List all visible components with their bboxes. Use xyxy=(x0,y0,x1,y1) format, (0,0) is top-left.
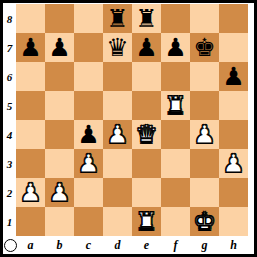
square-h5[interactable] xyxy=(219,91,248,120)
file-label-a: a xyxy=(16,236,45,254)
piece-black-pawn[interactable]: ♟ xyxy=(77,120,99,149)
square-c7[interactable] xyxy=(74,33,103,62)
square-b4[interactable] xyxy=(45,120,74,149)
square-f2[interactable] xyxy=(161,178,190,207)
square-e3[interactable] xyxy=(132,149,161,178)
rank-label-2: 2 xyxy=(3,178,16,207)
square-d6[interactable] xyxy=(103,62,132,91)
square-g1[interactable]: ♚ xyxy=(190,207,219,236)
piece-white-pawn[interactable]: ♟ xyxy=(19,178,41,207)
file-label-h: h xyxy=(219,236,248,254)
piece-black-pawn[interactable]: ♟ xyxy=(164,33,186,62)
file-labels: abcdefgh xyxy=(16,236,248,254)
square-a5[interactable] xyxy=(16,91,45,120)
piece-white-pawn[interactable]: ♟ xyxy=(193,120,215,149)
square-a1[interactable] xyxy=(16,207,45,236)
square-d2[interactable] xyxy=(103,178,132,207)
square-g6[interactable] xyxy=(190,62,219,91)
square-f3[interactable] xyxy=(161,149,190,178)
square-h2[interactable] xyxy=(219,178,248,207)
square-e6[interactable] xyxy=(132,62,161,91)
file-label-d: d xyxy=(103,236,132,254)
piece-black-pawn[interactable]: ♟ xyxy=(135,33,157,62)
square-h4[interactable] xyxy=(219,120,248,149)
square-c6[interactable] xyxy=(74,62,103,91)
piece-black-pawn[interactable]: ♟ xyxy=(222,62,244,91)
piece-white-rook[interactable]: ♜ xyxy=(135,207,157,236)
piece-white-king[interactable]: ♚ xyxy=(193,207,215,236)
square-d4[interactable]: ♟ xyxy=(103,120,132,149)
square-b7[interactable]: ♟ xyxy=(45,33,74,62)
square-g7[interactable]: ♚ xyxy=(190,33,219,62)
square-c2[interactable] xyxy=(74,178,103,207)
square-b5[interactable] xyxy=(45,91,74,120)
square-d3[interactable] xyxy=(103,149,132,178)
square-c3[interactable]: ♟ xyxy=(74,149,103,178)
square-d5[interactable] xyxy=(103,91,132,120)
square-d1[interactable] xyxy=(103,207,132,236)
square-e1[interactable]: ♜ xyxy=(132,207,161,236)
rank-label-3: 3 xyxy=(3,149,16,178)
piece-white-pawn[interactable]: ♟ xyxy=(222,149,244,178)
piece-white-pawn[interactable]: ♟ xyxy=(48,178,70,207)
rank-label-1: 1 xyxy=(3,207,16,236)
square-c8[interactable] xyxy=(74,4,103,33)
rank-label-5: 5 xyxy=(3,91,16,120)
square-b6[interactable] xyxy=(45,62,74,91)
square-f7[interactable]: ♟ xyxy=(161,33,190,62)
square-h1[interactable] xyxy=(219,207,248,236)
rank-label-4: 4 xyxy=(3,120,16,149)
square-a8[interactable] xyxy=(16,4,45,33)
chess-board[interactable]: ♜♜♟♟♛♟♟♚♟♜♟♟♛♟♟♟♟♟♜♚ xyxy=(16,4,248,236)
rank-labels: 87654321 xyxy=(3,4,16,236)
piece-black-pawn[interactable]: ♟ xyxy=(19,33,41,62)
square-h3[interactable]: ♟ xyxy=(219,149,248,178)
square-g3[interactable] xyxy=(190,149,219,178)
square-e4[interactable]: ♛ xyxy=(132,120,161,149)
square-f1[interactable] xyxy=(161,207,190,236)
piece-white-queen[interactable]: ♛ xyxy=(135,120,157,149)
rank-label-6: 6 xyxy=(3,62,16,91)
piece-black-rook[interactable]: ♜ xyxy=(135,4,157,33)
square-b2[interactable]: ♟ xyxy=(45,178,74,207)
square-g8[interactable] xyxy=(190,4,219,33)
square-a3[interactable] xyxy=(16,149,45,178)
square-b1[interactable] xyxy=(45,207,74,236)
square-g5[interactable] xyxy=(190,91,219,120)
file-label-b: b xyxy=(45,236,74,254)
file-label-f: f xyxy=(161,236,190,254)
square-e2[interactable] xyxy=(132,178,161,207)
square-b8[interactable] xyxy=(45,4,74,33)
square-c5[interactable] xyxy=(74,91,103,120)
piece-white-pawn[interactable]: ♟ xyxy=(106,120,128,149)
piece-black-queen[interactable]: ♛ xyxy=(106,33,128,62)
piece-white-pawn[interactable]: ♟ xyxy=(77,149,99,178)
square-f6[interactable] xyxy=(161,62,190,91)
square-d7[interactable]: ♛ xyxy=(103,33,132,62)
rank-label-7: 7 xyxy=(3,33,16,62)
square-b3[interactable] xyxy=(45,149,74,178)
file-label-g: g xyxy=(190,236,219,254)
square-a2[interactable]: ♟ xyxy=(16,178,45,207)
square-a6[interactable] xyxy=(16,62,45,91)
square-c1[interactable] xyxy=(74,207,103,236)
square-g4[interactable]: ♟ xyxy=(190,120,219,149)
file-label-strip: abcdefgh xyxy=(3,236,254,254)
piece-black-rook[interactable]: ♜ xyxy=(106,4,128,33)
file-label-e: e xyxy=(132,236,161,254)
square-a4[interactable] xyxy=(16,120,45,149)
piece-black-king[interactable]: ♚ xyxy=(193,33,215,62)
square-h8[interactable] xyxy=(219,4,248,33)
square-e8[interactable]: ♜ xyxy=(132,4,161,33)
square-h6[interactable]: ♟ xyxy=(219,62,248,91)
rank-label-8: 8 xyxy=(3,4,16,33)
square-g2[interactable] xyxy=(190,178,219,207)
square-c4[interactable]: ♟ xyxy=(74,120,103,149)
piece-white-rook[interactable]: ♜ xyxy=(164,91,186,120)
square-e7[interactable]: ♟ xyxy=(132,33,161,62)
square-a7[interactable]: ♟ xyxy=(16,33,45,62)
square-f8[interactable] xyxy=(161,4,190,33)
square-h7[interactable] xyxy=(219,33,248,62)
chess-diagram: 87654321 ♜♜♟♟♛♟♟♚♟♜♟♟♛♟♟♟♟♟♜♚ abcdefgh xyxy=(0,0,257,257)
square-d8[interactable]: ♜ xyxy=(103,4,132,33)
square-f4[interactable] xyxy=(161,120,190,149)
square-e5[interactable] xyxy=(132,91,161,120)
file-label-c: c xyxy=(74,236,103,254)
piece-black-pawn[interactable]: ♟ xyxy=(48,33,70,62)
square-f5[interactable]: ♜ xyxy=(161,91,190,120)
